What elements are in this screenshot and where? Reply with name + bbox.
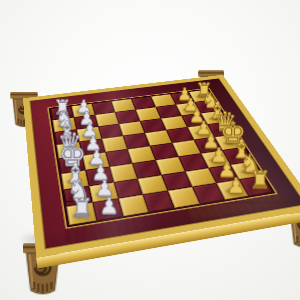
board-frame: ♜♟♟♜♞♟♟♞♝♟♟♝♛♟♟♛♚♟♟♚♝♟♟♝♞♟♟♞♜♟♟♜ (23, 75, 300, 258)
cell-h7: ♟ (216, 180, 249, 200)
piece-gold-pawn: ♟ (226, 175, 245, 196)
piece-silver-pawn: ♟ (99, 195, 119, 217)
cell-h1: ♜ (66, 203, 96, 226)
piece-gold-rook: ♜ (249, 168, 271, 193)
piece-silver-rook: ♜ (71, 195, 95, 221)
scene: ♜♟♟♜♞♟♟♞♝♟♟♝♛♟♟♛♚♟♟♚♝♟♟♝♞♟♟♞♜♟♟♜ (0, 0, 300, 300)
chess-board: ♜♟♟♜♞♟♟♞♝♟♟♝♛♟♟♛♚♟♟♚♝♟♟♝♞♟♟♞♜♟♟♜ (23, 75, 300, 258)
cell-h2: ♟ (92, 199, 123, 221)
product-photo: ♜♟♟♜♞♟♟♞♝♟♟♝♛♟♟♛♚♟♟♚♝♟♟♝♞♟♟♞♜♟♟♜ (0, 0, 300, 300)
